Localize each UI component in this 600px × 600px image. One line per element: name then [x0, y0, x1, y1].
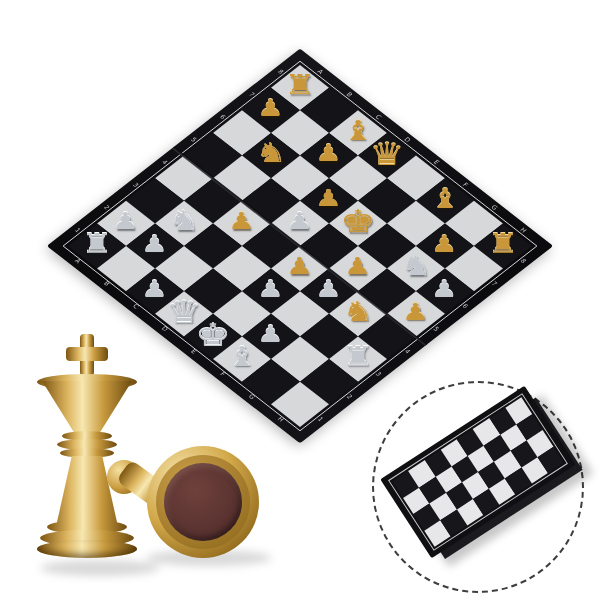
silver-knight: ♞ — [400, 253, 431, 280]
piece-closeup — [18, 322, 318, 594]
folded-board-inset-circle — [372, 381, 584, 593]
silver-pawn: ♟ — [113, 209, 140, 232]
gold-pawn: ♟ — [287, 255, 314, 278]
silver-rook: ♜ — [81, 230, 112, 257]
gold-knight: ♞ — [255, 140, 286, 167]
gold-bishop: ♝ — [429, 185, 460, 212]
gold-rook: ♜ — [487, 230, 518, 257]
silver-pawn: ♟ — [316, 277, 343, 300]
gold-bishop: ♝ — [342, 117, 373, 144]
gold-pawn: ♟ — [403, 300, 430, 323]
gold-pawn: ♟ — [432, 232, 459, 255]
magnet-base-disc — [147, 446, 259, 558]
folded-board-checker — [392, 398, 564, 547]
gold-pawn: ♟ — [316, 187, 343, 210]
folded-board — [380, 386, 575, 559]
gold-king: ♚ — [340, 205, 376, 236]
gold-pawn: ♟ — [316, 142, 343, 165]
gold-pawn: ♟ — [345, 255, 372, 278]
silver-pawn: ♟ — [258, 277, 285, 300]
silver-pawn: ♟ — [142, 232, 169, 255]
silver-pawn: ♟ — [432, 277, 459, 300]
gold-pawn: ♟ — [258, 96, 285, 119]
gold-pawn: ♟ — [229, 209, 256, 232]
magnet-felt-pad — [164, 463, 242, 541]
silver-rook: ♜ — [342, 343, 373, 370]
silver-knight: ♞ — [168, 207, 199, 234]
silver-pawn: ♟ — [287, 209, 314, 232]
magnet-base-ring — [156, 455, 250, 549]
gold-queen: ♛ — [369, 138, 405, 169]
lying-pawn-with-magnet — [18, 322, 318, 594]
silver-pawn: ♟ — [142, 277, 169, 300]
gold-rook: ♜ — [284, 72, 315, 99]
